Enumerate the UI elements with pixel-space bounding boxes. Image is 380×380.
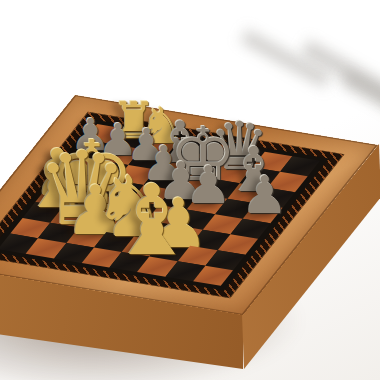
chess-board-grid: ♜♞♟♟♟♝♛♟♚♝♟♟♟♟♝♚♛♟♞♟♝ xyxy=(0,124,320,286)
board-inner-border: ♜♞♟♟♟♝♛♟♚♝♟♟♟♟♝♚♛♟♞♟♝ xyxy=(0,120,329,291)
product-photo-scene: { "game": "chess", "scene": "Staged bras… xyxy=(0,0,380,380)
